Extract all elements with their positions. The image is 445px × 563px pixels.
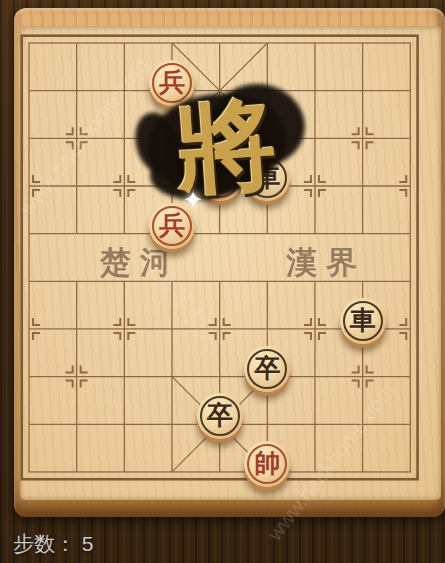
piece-glyph: 車 [254,165,280,191]
piece-black-soldier-b[interactable]: 卒 [197,393,243,439]
river-label-left: 楚河 [90,243,190,283]
game-screen: 楚河 漢界 www.hackhome.com 嗨客手机站 www.hackhom… [0,0,445,563]
piece-red-soldier-b[interactable]: 兵 [197,155,243,201]
piece-glyph: 兵 [207,165,233,191]
piece-black-soldier-a[interactable]: 卒 [244,346,290,392]
piece-glyph: 帥 [254,451,280,477]
step-counter: 步数： 5 [13,530,94,558]
piece-glyph: 兵 [159,70,185,96]
piece-glyph: 卒 [207,403,233,429]
piece-red-soldier-c[interactable]: 兵 [149,203,195,249]
piece-red-general[interactable]: 帥 [244,441,290,487]
piece-glyph: 兵 [159,213,185,239]
piece-glyph: 車 [350,308,376,334]
river-label-right: 漢界 [276,243,376,283]
piece-glyph: 卒 [254,356,280,382]
board-grid[interactable] [0,0,445,563]
piece-black-general[interactable]: 將 [197,107,243,153]
piece-black-chariot-b[interactable]: 車 [340,298,386,344]
piece-black-chariot-a[interactable]: 車 [244,155,290,201]
piece-glyph: 將 [207,117,233,143]
piece-red-soldier-a[interactable]: 兵 [149,60,195,106]
